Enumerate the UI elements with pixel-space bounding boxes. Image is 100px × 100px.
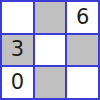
cell-r2c1-shaded[interactable] [35, 67, 66, 98]
cell-r0c0[interactable] [2, 2, 33, 33]
cell-r1c0-shaded-clue[interactable]: 3 [2, 35, 33, 66]
puzzle-board: 630 [0, 0, 100, 100]
puzzle-stage: 630 [0, 0, 100, 100]
cell-r1c1[interactable] [35, 35, 66, 66]
cell-r1c2-shaded[interactable] [67, 35, 98, 66]
cell-r0c2-clue[interactable]: 6 [67, 2, 98, 33]
cell-r2c2[interactable] [67, 67, 98, 98]
cell-r2c0-clue[interactable]: 0 [2, 67, 33, 98]
cell-r0c1-shaded[interactable] [35, 2, 66, 33]
